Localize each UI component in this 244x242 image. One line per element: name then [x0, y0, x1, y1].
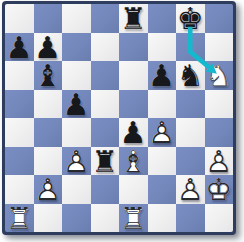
square-e3[interactable]: ♝♗ — [119, 147, 148, 176]
square-b1[interactable] — [34, 204, 63, 233]
bishop-glyph-outline: ♗ — [119, 147, 148, 176]
square-c4[interactable] — [62, 118, 91, 147]
square-e8[interactable]: ♜ — [119, 4, 148, 33]
square-g6[interactable]: ♞ — [176, 61, 205, 90]
square-d6[interactable] — [91, 61, 120, 90]
chess-board-frame: ♜♚♟♟♝♟♞♞♘♟♟♟♙♟♙♜♝♗♟♙♟♙♟♙♚♔♜♖♜♖ — [2, 1, 236, 235]
square-h4[interactable] — [205, 118, 234, 147]
piece-black-pawn[interactable]: ♟ — [62, 90, 91, 119]
square-f5[interactable] — [148, 90, 177, 119]
rook-glyph-outline: ♖ — [119, 204, 148, 233]
pawn-glyph: ♟ — [34, 33, 63, 62]
square-h6[interactable]: ♞♘ — [205, 61, 234, 90]
square-g1[interactable] — [176, 204, 205, 233]
rook-glyph-fill: ♜ — [119, 204, 148, 233]
square-a5[interactable] — [5, 90, 34, 119]
square-c8[interactable] — [62, 4, 91, 33]
pawn-glyph-outline: ♙ — [62, 147, 91, 176]
square-a1[interactable]: ♜♖ — [5, 204, 34, 233]
square-f1[interactable] — [148, 204, 177, 233]
square-e6[interactable] — [119, 61, 148, 90]
piece-black-rook[interactable]: ♜ — [91, 147, 120, 176]
pawn-glyph-fill: ♟ — [176, 175, 205, 204]
square-e5[interactable] — [119, 90, 148, 119]
square-d4[interactable] — [91, 118, 120, 147]
square-c5[interactable]: ♟ — [62, 90, 91, 119]
square-d7[interactable] — [91, 33, 120, 62]
pawn-glyph-outline: ♙ — [176, 175, 205, 204]
piece-white-bishop[interactable]: ♝♗ — [119, 147, 148, 176]
king-glyph-outline: ♔ — [205, 175, 234, 204]
pawn-glyph-outline: ♙ — [205, 147, 234, 176]
piece-black-pawn[interactable]: ♟ — [34, 33, 63, 62]
pawn-glyph: ♟ — [5, 33, 34, 62]
square-b7[interactable]: ♟ — [34, 33, 63, 62]
square-a7[interactable]: ♟ — [5, 33, 34, 62]
rook-glyph-outline: ♖ — [5, 204, 34, 233]
square-h1[interactable] — [205, 204, 234, 233]
square-e2[interactable] — [119, 175, 148, 204]
square-e4[interactable]: ♟ — [119, 118, 148, 147]
king-glyph: ♚ — [176, 4, 205, 33]
square-f2[interactable] — [148, 175, 177, 204]
square-g2[interactable]: ♟♙ — [176, 175, 205, 204]
square-c6[interactable] — [62, 61, 91, 90]
square-b3[interactable] — [34, 147, 63, 176]
square-d1[interactable] — [91, 204, 120, 233]
pawn-glyph: ♟ — [62, 90, 91, 119]
bishop-glyph-fill: ♝ — [119, 147, 148, 176]
chess-board: ♜♚♟♟♝♟♞♞♘♟♟♟♙♟♙♜♝♗♟♙♟♙♟♙♚♔♜♖♜♖ — [5, 4, 233, 232]
piece-white-pawn[interactable]: ♟♙ — [34, 175, 63, 204]
pawn-glyph-fill: ♟ — [62, 147, 91, 176]
pawn-glyph-fill: ♟ — [34, 175, 63, 204]
square-a8[interactable] — [5, 4, 34, 33]
pawn-glyph-fill: ♟ — [148, 118, 177, 147]
square-c1[interactable] — [62, 204, 91, 233]
knight-glyph-outline: ♘ — [205, 61, 234, 90]
knight-glyph: ♞ — [176, 61, 205, 90]
square-g4[interactable] — [176, 118, 205, 147]
square-g5[interactable] — [176, 90, 205, 119]
square-b5[interactable] — [34, 90, 63, 119]
square-f6[interactable]: ♟ — [148, 61, 177, 90]
piece-black-king[interactable]: ♚ — [176, 4, 205, 33]
square-f3[interactable] — [148, 147, 177, 176]
pawn-glyph: ♟ — [119, 118, 148, 147]
square-g8[interactable]: ♚ — [176, 4, 205, 33]
square-b4[interactable] — [34, 118, 63, 147]
rook-glyph: ♜ — [119, 4, 148, 33]
square-h5[interactable] — [205, 90, 234, 119]
piece-white-pawn[interactable]: ♟♙ — [62, 147, 91, 176]
piece-white-rook[interactable]: ♜♖ — [5, 204, 34, 233]
square-g3[interactable] — [176, 147, 205, 176]
piece-white-pawn[interactable]: ♟♙ — [148, 118, 177, 147]
square-a3[interactable] — [5, 147, 34, 176]
square-h3[interactable]: ♟♙ — [205, 147, 234, 176]
piece-black-bishop[interactable]: ♝ — [34, 61, 63, 90]
piece-black-rook[interactable]: ♜ — [119, 4, 148, 33]
square-b6[interactable]: ♝ — [34, 61, 63, 90]
square-b2[interactable]: ♟♙ — [34, 175, 63, 204]
piece-black-knight[interactable]: ♞ — [176, 61, 205, 90]
square-a4[interactable] — [5, 118, 34, 147]
pawn-glyph-fill: ♟ — [205, 147, 234, 176]
square-a2[interactable] — [5, 175, 34, 204]
bishop-glyph: ♝ — [34, 61, 63, 90]
piece-white-king[interactable]: ♚♔ — [205, 175, 234, 204]
knight-glyph-fill: ♞ — [205, 61, 234, 90]
square-c7[interactable] — [62, 33, 91, 62]
piece-white-knight[interactable]: ♞♘ — [205, 61, 234, 90]
pawn-glyph-outline: ♙ — [148, 118, 177, 147]
rook-glyph: ♜ — [91, 147, 120, 176]
square-h8[interactable] — [205, 4, 234, 33]
piece-black-pawn[interactable]: ♟ — [119, 118, 148, 147]
square-e1[interactable]: ♜♖ — [119, 204, 148, 233]
square-h7[interactable] — [205, 33, 234, 62]
piece-white-rook[interactable]: ♜♖ — [119, 204, 148, 233]
pawn-glyph-outline: ♙ — [34, 175, 63, 204]
square-h2[interactable]: ♚♔ — [205, 175, 234, 204]
piece-white-pawn[interactable]: ♟♙ — [205, 147, 234, 176]
king-glyph-fill: ♚ — [205, 175, 234, 204]
square-a6[interactable] — [5, 61, 34, 90]
square-b8[interactable] — [34, 4, 63, 33]
piece-black-pawn[interactable]: ♟ — [148, 61, 177, 90]
square-g7[interactable] — [176, 33, 205, 62]
square-e7[interactable] — [119, 33, 148, 62]
square-d8[interactable] — [91, 4, 120, 33]
piece-black-pawn[interactable]: ♟ — [5, 33, 34, 62]
square-c3[interactable]: ♟♙ — [62, 147, 91, 176]
square-f4[interactable]: ♟♙ — [148, 118, 177, 147]
square-d3[interactable]: ♜ — [91, 147, 120, 176]
square-f7[interactable] — [148, 33, 177, 62]
square-c2[interactable] — [62, 175, 91, 204]
square-d2[interactable] — [91, 175, 120, 204]
piece-white-pawn[interactable]: ♟♙ — [176, 175, 205, 204]
pawn-glyph: ♟ — [148, 61, 177, 90]
square-d5[interactable] — [91, 90, 120, 119]
rook-glyph-fill: ♜ — [5, 204, 34, 233]
square-f8[interactable] — [148, 4, 177, 33]
